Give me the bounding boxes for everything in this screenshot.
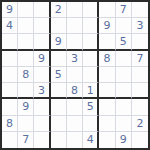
sudoku-cell-r2c9-given[interactable]: 3: [132, 18, 148, 34]
sudoku-cell-r2c6-empty[interactable]: [83, 18, 99, 34]
sudoku-cell-r9c2-given[interactable]: 7: [18, 132, 34, 148]
sudoku-cell-r7c9-empty[interactable]: [132, 99, 148, 115]
sudoku-board: 927493959387853819582749: [0, 0, 150, 150]
sudoku-cell-r4c5-given[interactable]: 3: [67, 51, 83, 67]
sudoku-cell-r1c6-empty[interactable]: [83, 2, 99, 18]
sudoku-cell-r9c5-empty[interactable]: [67, 132, 83, 148]
sudoku-cell-r9c7-empty[interactable]: [99, 132, 115, 148]
sudoku-cell-r6c2-empty[interactable]: [18, 83, 34, 99]
sudoku-cell-r7c3-empty[interactable]: [34, 99, 50, 115]
sudoku-cell-r6c6-given[interactable]: 1: [83, 83, 99, 99]
sudoku-cell-r9c6-given[interactable]: 4: [83, 132, 99, 148]
sudoku-cell-r7c1-empty[interactable]: [2, 99, 18, 115]
sudoku-cell-r9c9-empty[interactable]: [132, 132, 148, 148]
sudoku-cell-r5c4-given[interactable]: 5: [51, 67, 67, 83]
sudoku-cell-r8c3-empty[interactable]: [34, 116, 50, 132]
sudoku-cell-r5c8-empty[interactable]: [116, 67, 132, 83]
sudoku-cell-r9c4-empty[interactable]: [51, 132, 67, 148]
sudoku-cell-r4c4-empty[interactable]: [51, 51, 67, 67]
sudoku-cell-r2c7-given[interactable]: 9: [99, 18, 115, 34]
sudoku-cell-r2c3-empty[interactable]: [34, 18, 50, 34]
sudoku-cell-r7c7-empty[interactable]: [99, 99, 115, 115]
sudoku-cell-r1c3-empty[interactable]: [34, 2, 50, 18]
sudoku-cell-r1c1-given[interactable]: 9: [2, 2, 18, 18]
sudoku-cell-r5c1-empty[interactable]: [2, 67, 18, 83]
sudoku-cell-r3c1-empty[interactable]: [2, 34, 18, 50]
sudoku-cell-r4c8-empty[interactable]: [116, 51, 132, 67]
sudoku-cell-r4c3-given[interactable]: 9: [34, 51, 50, 67]
sudoku-cell-r3c2-empty[interactable]: [18, 34, 34, 50]
sudoku-cell-r3c5-empty[interactable]: [67, 34, 83, 50]
sudoku-cell-r3c8-given[interactable]: 5: [116, 34, 132, 50]
sudoku-cell-r6c7-empty[interactable]: [99, 83, 115, 99]
sudoku-cell-r7c5-empty[interactable]: [67, 99, 83, 115]
sudoku-cell-r7c4-empty[interactable]: [51, 99, 67, 115]
sudoku-cell-r7c2-given[interactable]: 9: [18, 99, 34, 115]
sudoku-cell-r6c4-empty[interactable]: [51, 83, 67, 99]
sudoku-cell-r6c1-empty[interactable]: [2, 83, 18, 99]
sudoku-cell-r3c3-empty[interactable]: [34, 34, 50, 50]
sudoku-cell-r6c9-empty[interactable]: [132, 83, 148, 99]
sudoku-cell-r9c1-empty[interactable]: [2, 132, 18, 148]
sudoku-cell-r6c5-given[interactable]: 8: [67, 83, 83, 99]
sudoku-cell-r1c9-empty[interactable]: [132, 2, 148, 18]
sudoku-cell-r8c4-empty[interactable]: [51, 116, 67, 132]
sudoku-cell-r8c8-empty[interactable]: [116, 116, 132, 132]
sudoku-cell-r1c2-empty[interactable]: [18, 2, 34, 18]
sudoku-cell-r8c1-given[interactable]: 8: [2, 116, 18, 132]
sudoku-cell-r4c6-empty[interactable]: [83, 51, 99, 67]
sudoku-cell-r1c4-given[interactable]: 2: [51, 2, 67, 18]
sudoku-cell-r1c7-empty[interactable]: [99, 2, 115, 18]
sudoku-cell-r8c2-empty[interactable]: [18, 116, 34, 132]
sudoku-cell-r2c1-given[interactable]: 4: [2, 18, 18, 34]
sudoku-cell-r4c9-given[interactable]: 7: [132, 51, 148, 67]
sudoku-cell-r4c2-empty[interactable]: [18, 51, 34, 67]
sudoku-cell-r3c7-empty[interactable]: [99, 34, 115, 50]
sudoku-cell-r7c6-given[interactable]: 5: [83, 99, 99, 115]
sudoku-cell-r6c3-given[interactable]: 3: [34, 83, 50, 99]
sudoku-cell-r2c4-empty[interactable]: [51, 18, 67, 34]
sudoku-cell-r8c6-empty[interactable]: [83, 116, 99, 132]
sudoku-cell-r2c8-empty[interactable]: [116, 18, 132, 34]
sudoku-cell-r5c5-empty[interactable]: [67, 67, 83, 83]
sudoku-cell-r5c9-empty[interactable]: [132, 67, 148, 83]
sudoku-cell-r5c7-empty[interactable]: [99, 67, 115, 83]
sudoku-cell-r3c6-empty[interactable]: [83, 34, 99, 50]
sudoku-cell-r3c4-given[interactable]: 9: [51, 34, 67, 50]
sudoku-cell-r8c9-given[interactable]: 2: [132, 116, 148, 132]
sudoku-cell-r5c3-empty[interactable]: [34, 67, 50, 83]
sudoku-cell-r5c6-empty[interactable]: [83, 67, 99, 83]
sudoku-cell-r4c1-empty[interactable]: [2, 51, 18, 67]
sudoku-cell-r1c8-given[interactable]: 7: [116, 2, 132, 18]
sudoku-cell-r1c5-empty[interactable]: [67, 2, 83, 18]
sudoku-cell-r8c5-empty[interactable]: [67, 116, 83, 132]
sudoku-cell-r5c2-given[interactable]: 8: [18, 67, 34, 83]
sudoku-cell-r2c2-empty[interactable]: [18, 18, 34, 34]
sudoku-cell-r7c8-empty[interactable]: [116, 99, 132, 115]
sudoku-cell-r9c3-empty[interactable]: [34, 132, 50, 148]
sudoku-cell-r8c7-empty[interactable]: [99, 116, 115, 132]
sudoku-cell-r3c9-empty[interactable]: [132, 34, 148, 50]
sudoku-cell-r4c7-given[interactable]: 8: [99, 51, 115, 67]
sudoku-cell-r6c8-empty[interactable]: [116, 83, 132, 99]
sudoku-cell-r2c5-empty[interactable]: [67, 18, 83, 34]
sudoku-cell-r9c8-given[interactable]: 9: [116, 132, 132, 148]
